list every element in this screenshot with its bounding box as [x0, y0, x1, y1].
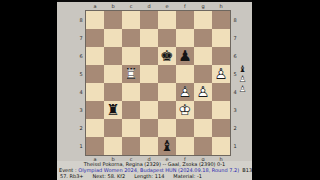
square-c6[interactable] — [122, 47, 140, 65]
board-squares: ♚♟♜♝♜♖♟♙♟♙♟♙♚♔ — [85, 10, 231, 156]
rank-label-1: 1 — [78, 137, 84, 155]
current-move: 57. Rb3+ — [60, 173, 84, 179]
black-pawn[interactable]: ♟ — [176, 47, 194, 65]
rank-label-8: 8 — [78, 11, 84, 29]
white-pawn[interactable]: ♟♙ — [194, 83, 212, 101]
file-label-h: h — [212, 3, 230, 10]
square-g5[interactable] — [194, 65, 212, 83]
square-e8[interactable] — [158, 11, 176, 29]
square-d8[interactable] — [140, 11, 158, 29]
square-f8[interactable] — [176, 11, 194, 29]
square-h6[interactable] — [212, 47, 230, 65]
square-e3[interactable] — [158, 101, 176, 119]
square-e7[interactable] — [158, 29, 176, 47]
white-pawn-glyph-outline: ♙ — [194, 83, 212, 101]
square-c3[interactable] — [122, 101, 140, 119]
black-bishop-glyph: ♝ — [236, 64, 249, 74]
rank-label-6: 6 — [232, 47, 238, 65]
black-bishop[interactable]: ♝ — [158, 137, 176, 155]
white-pawn-glyph-outline: ♙ — [176, 83, 194, 101]
file-label-a: a — [86, 3, 104, 10]
square-g3[interactable] — [194, 101, 212, 119]
square-h3[interactable] — [212, 101, 230, 119]
rank-label-7: 7 — [232, 29, 238, 47]
file-label-c: c — [122, 3, 140, 10]
rank-label-2: 2 — [232, 119, 238, 137]
rank-label-5: 5 — [78, 65, 84, 83]
square-e2[interactable] — [158, 119, 176, 137]
square-d4[interactable] — [140, 83, 158, 101]
rank-label-8: 8 — [232, 11, 238, 29]
square-a4[interactable] — [86, 83, 104, 101]
square-g1[interactable] — [194, 137, 212, 155]
square-b5[interactable] — [104, 65, 122, 83]
white-rook-glyph-outline: ♖ — [122, 65, 140, 83]
square-a1[interactable] — [86, 137, 104, 155]
file-label-e: e — [158, 3, 176, 10]
square-h1[interactable] — [212, 137, 230, 155]
white-pawn-glyph-outline: ♙ — [212, 65, 230, 83]
square-e4[interactable] — [158, 83, 176, 101]
rank-label-2: 2 — [78, 119, 84, 137]
square-f5[interactable] — [176, 65, 194, 83]
white-pawn[interactable]: ♟♙ — [212, 65, 230, 83]
square-f1[interactable] — [176, 137, 194, 155]
material-balance: Material: -1 — [173, 173, 202, 179]
black-king[interactable]: ♚ — [158, 47, 176, 65]
rank-label-1: 1 — [232, 137, 238, 155]
rank-label-4: 4 — [78, 83, 84, 101]
rank-labels-left: 87654321 — [78, 11, 84, 155]
white-king-glyph-outline: ♔ — [176, 101, 194, 119]
square-a5[interactable] — [86, 65, 104, 83]
black-pawn-glyph: ♟ — [176, 47, 194, 65]
black-bishop-glyph: ♝ — [158, 137, 176, 155]
square-e5[interactable] — [158, 65, 176, 83]
white-rook[interactable]: ♜♖ — [122, 65, 140, 83]
rank-label-3: 3 — [232, 101, 238, 119]
rank-label-6: 6 — [78, 47, 84, 65]
file-labels-top: abcdefgh — [86, 3, 230, 10]
rank-label-3: 3 — [78, 101, 84, 119]
square-g8[interactable] — [194, 11, 212, 29]
square-h8[interactable] — [212, 11, 230, 29]
file-label-b: b — [104, 3, 122, 10]
status-line: 57. Rb3+ Next: 58. Kf2 Length: 114 Mater… — [57, 173, 252, 179]
square-a2[interactable] — [86, 119, 104, 137]
video-frame: abcdefgh 87654321 87654321 ♚♟♜♝♜♖♟♙♟♙♟♙♚… — [0, 0, 320, 180]
square-h7[interactable] — [212, 29, 230, 47]
square-c8[interactable] — [122, 11, 140, 29]
game-info-footer: Theissl Pokorna, Regina (2329) -- Gaal, … — [57, 161, 252, 180]
white-pawn-glyph-outline: ♙ — [236, 84, 249, 94]
square-b2[interactable] — [104, 119, 122, 137]
square-h4[interactable] — [212, 83, 230, 101]
file-label-d: d — [140, 3, 158, 10]
square-d5[interactable] — [140, 65, 158, 83]
square-c4[interactable] — [122, 83, 140, 101]
square-d7[interactable] — [140, 29, 158, 47]
white-pawn[interactable]: ♟♙ — [236, 74, 249, 84]
square-a6[interactable] — [86, 47, 104, 65]
square-b1[interactable] — [104, 137, 122, 155]
square-f7[interactable] — [176, 29, 194, 47]
square-c1[interactable] — [122, 137, 140, 155]
square-b7[interactable] — [104, 29, 122, 47]
square-d3[interactable] — [140, 101, 158, 119]
eco-code: B13 — [242, 167, 252, 173]
white-pawn-glyph-outline: ♙ — [236, 74, 249, 84]
square-d1[interactable] — [140, 137, 158, 155]
square-f2[interactable] — [176, 119, 194, 137]
white-pawn[interactable]: ♟♙ — [176, 83, 194, 101]
square-g6[interactable] — [194, 47, 212, 65]
square-g7[interactable] — [194, 29, 212, 47]
white-king[interactable]: ♚♔ — [176, 101, 194, 119]
file-label-f: f — [176, 3, 194, 10]
next-move: Next: 58. Kf2 — [93, 173, 126, 179]
square-d2[interactable] — [140, 119, 158, 137]
material-tray: ♝♟♙♟♙ — [236, 64, 249, 94]
black-bishop[interactable]: ♝ — [236, 64, 249, 74]
square-b8[interactable] — [104, 11, 122, 29]
square-c7[interactable] — [122, 29, 140, 47]
white-pawn[interactable]: ♟♙ — [236, 84, 249, 94]
chess-gui-panel: abcdefgh 87654321 87654321 ♚♟♜♝♜♖♟♙♟♙♟♙♚… — [57, 0, 252, 180]
black-rook[interactable]: ♜ — [104, 101, 122, 119]
rank-label-7: 7 — [78, 29, 84, 47]
square-c2[interactable] — [122, 119, 140, 137]
square-a3[interactable] — [86, 101, 104, 119]
square-d6[interactable] — [140, 47, 158, 65]
black-rook-glyph: ♜ — [104, 101, 122, 119]
square-a7[interactable] — [86, 29, 104, 47]
square-g2[interactable] — [194, 119, 212, 137]
black-king-glyph: ♚ — [158, 47, 176, 65]
game-length: Length: 114 — [134, 173, 164, 179]
square-b6[interactable] — [104, 47, 122, 65]
square-b4[interactable] — [104, 83, 122, 101]
file-label-g: g — [194, 3, 212, 10]
square-h2[interactable] — [212, 119, 230, 137]
square-a8[interactable] — [86, 11, 104, 29]
